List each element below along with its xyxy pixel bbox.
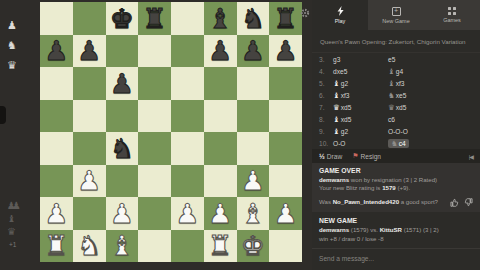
square-h6[interactable]: [269, 67, 302, 100]
square-e8[interactable]: [171, 2, 204, 35]
move-black[interactable]: ♞c4: [388, 139, 443, 148]
move-row: 9.♝g2O-O-O: [312, 125, 480, 137]
move-black[interactable]: ♝xf3: [388, 80, 443, 87]
square-d1[interactable]: [138, 230, 171, 263]
square-g1[interactable]: ♚: [237, 230, 270, 263]
new-game-title: NEW GAME: [319, 217, 473, 226]
material-advantage-badge: +1: [7, 240, 16, 250]
move-san: g3: [333, 56, 340, 63]
move-white[interactable]: ♛xd5: [333, 104, 388, 111]
move-number: 9.: [312, 128, 333, 135]
move-san: xd5: [396, 104, 407, 111]
square-e7[interactable]: [171, 35, 204, 68]
move-san: O-O: [333, 140, 345, 147]
piece-white-pawn[interactable]: ♟: [241, 167, 265, 194]
square-e4[interactable]: [171, 132, 204, 165]
square-c2[interactable]: ♟: [106, 197, 139, 230]
figurine-bn: ♞: [391, 140, 398, 147]
piece-black-pawn[interactable]: ♟: [274, 37, 298, 64]
square-d2[interactable]: [138, 197, 171, 230]
draw-button-label: Draw: [327, 153, 342, 160]
figurine-wb: ♝: [333, 92, 340, 99]
figurine-wq: ♛: [333, 104, 340, 111]
square-h5[interactable]: [269, 100, 302, 133]
move-black[interactable]: c6: [388, 116, 443, 123]
tab-games[interactable]: Games: [424, 0, 480, 30]
square-a2[interactable]: ♟: [40, 197, 73, 230]
tab-new-game[interactable]: + New Game: [368, 0, 424, 30]
figurine-wb: ♝: [333, 80, 340, 87]
piece-white-knight[interactable]: ♞: [77, 232, 101, 259]
square-b5[interactable]: [73, 100, 106, 133]
square-f3[interactable]: [204, 165, 237, 198]
captured-by-white-tray: ♟♟ ♝ ♛ +1: [7, 201, 17, 250]
captured-white-knight-icon: ♞: [7, 40, 17, 51]
game-over-result-line: demwarns won by resignation (3 | 2 Rated…: [319, 176, 473, 184]
figurine-bn: ♞: [388, 92, 395, 99]
square-g2[interactable]: ♝: [237, 197, 270, 230]
square-h3[interactable]: [269, 165, 302, 198]
move-number: 10.: [312, 140, 333, 147]
square-g7[interactable]: ♟: [237, 35, 270, 68]
captured-white-pawn-icon: ♟: [7, 20, 17, 31]
move-black[interactable]: O-O-O: [388, 128, 443, 135]
square-f6[interactable]: [204, 67, 237, 100]
new-game-players-line: demwarns (1579) vs. KittuSR (1571) (3 | …: [319, 226, 473, 235]
square-b7[interactable]: ♟: [73, 35, 106, 68]
square-c8[interactable]: ♚: [106, 2, 139, 35]
players-text-1: (1579) vs.: [349, 226, 379, 233]
chat-box: Send a message...: [312, 248, 480, 270]
tab-play-label: Play: [335, 18, 346, 24]
opening-name: Queen's Pawn Opening: Zukertort, Chigori…: [312, 30, 480, 53]
move-row: 3.g3e5: [312, 54, 480, 66]
move-number: 8.: [312, 116, 333, 123]
square-d8[interactable]: ♜: [138, 2, 171, 35]
move-san: e5: [388, 56, 395, 63]
move-san: O-O-O: [388, 128, 408, 135]
figurine-wb: ♝: [333, 128, 340, 135]
opponent-name: No_Pawn_Intended420: [333, 198, 399, 205]
piece-black-pawn[interactable]: ♟: [44, 37, 68, 64]
square-a5[interactable]: [40, 100, 73, 133]
square-d5[interactable]: [138, 100, 171, 133]
piece-white-pawn[interactable]: ♟: [77, 167, 101, 194]
square-a3[interactable]: [40, 165, 73, 198]
move-black[interactable]: ♝g4: [388, 68, 443, 75]
piece-white-pawn[interactable]: ♟: [110, 200, 134, 227]
square-h4[interactable]: [269, 132, 302, 165]
square-f7[interactable]: ♟: [204, 35, 237, 68]
thumb-up-icon[interactable]: [450, 198, 459, 207]
square-d3[interactable]: [138, 165, 171, 198]
move-number: 7.: [312, 104, 333, 111]
move-white[interactable]: ♝xd5: [333, 116, 388, 123]
piece-black-pawn[interactable]: ♟: [110, 70, 134, 97]
sidebar-tabs: Play + New Game Games: [312, 0, 480, 30]
rating-text-post: (+9).: [396, 184, 410, 191]
figurine-bb: ♝: [388, 80, 395, 87]
chess-app-window: ♟ ♞ ♛ ♟♟ ♝ ♛ +1 ♚♜♝♞♜♟♟♟♟♟♟♞♟♟♟♟♟♟♝♟♜♞♝♜…: [0, 0, 480, 270]
square-e5[interactable]: [171, 100, 204, 133]
square-b1[interactable]: ♞: [73, 230, 106, 263]
move-san: c4: [399, 140, 406, 147]
move-san: xd5: [341, 116, 352, 123]
game-over-title: GAME OVER: [319, 167, 473, 175]
plus-square-icon: +: [392, 7, 401, 16]
piece-white-bishop[interactable]: ♝: [241, 200, 265, 227]
square-f1[interactable]: ♜: [204, 230, 237, 263]
square-h8[interactable]: ♜: [269, 2, 302, 35]
tab-new-game-label: New Game: [382, 18, 410, 24]
square-h2[interactable]: ♟: [269, 197, 302, 230]
move-black[interactable]: ♛xd5: [388, 104, 443, 111]
piece-white-rook[interactable]: ♜: [44, 232, 68, 259]
square-e1[interactable]: [171, 230, 204, 263]
chat-message-input[interactable]: Send a message...: [319, 255, 473, 262]
move-row: 5.♝g2♝xf3: [312, 78, 480, 90]
move-row: 10.O-O♞c4: [312, 137, 480, 149]
move-white[interactable]: g3: [333, 56, 388, 63]
piece-white-pawn[interactable]: ♟: [175, 200, 199, 227]
rating-odds-line: win +8 / draw 0 / lose -8: [319, 235, 473, 244]
move-white[interactable]: ♝g2: [333, 80, 388, 87]
move-san: g2: [341, 128, 348, 135]
move-san: g4: [396, 68, 403, 75]
square-h1[interactable]: [269, 230, 302, 263]
move-san: g2: [341, 80, 348, 87]
captured-black-queen-icon: ♛: [7, 227, 16, 237]
piece-black-pawn[interactable]: ♟: [77, 37, 101, 64]
move-number: 3.: [312, 56, 333, 63]
square-c4[interactable]: ♞: [106, 132, 139, 165]
sport-text-pre: Was: [319, 198, 333, 205]
piece-black-knight[interactable]: ♞: [241, 5, 265, 32]
move-san: xe5: [396, 92, 407, 99]
result-text: won by resignation (3 | 2 Rated): [349, 176, 437, 183]
piece-black-rook[interactable]: ♜: [274, 5, 298, 32]
players-text-2: (1571) (3 | 2): [402, 226, 439, 233]
piece-black-knight[interactable]: ♞: [110, 135, 134, 162]
good-sport-line: Was No_Pawn_Intended420 a good sport?: [319, 198, 473, 207]
game-over-panel: GAME OVER demwarns won by resignation (3…: [312, 163, 480, 212]
square-a4[interactable]: [40, 132, 73, 165]
move-white[interactable]: ♝g2: [333, 128, 388, 135]
rating-line: Your new Blitz rating is 1579 (+9).: [319, 184, 473, 192]
square-f8[interactable]: ♝: [204, 2, 237, 35]
piece-white-king[interactable]: ♚: [241, 232, 265, 259]
square-g6[interactable]: [237, 67, 270, 100]
figurine-bq: ♛: [388, 104, 395, 111]
square-c6[interactable]: ♟: [106, 67, 139, 100]
square-a8[interactable]: [40, 2, 73, 35]
captured-white-queen-icon: ♛: [7, 60, 17, 71]
captured-black-pawns-icon: ♟♟: [7, 201, 17, 211]
resign-button[interactable]: ⚑ Resign: [352, 152, 381, 160]
move-san: xf3: [341, 92, 350, 99]
square-f5[interactable]: [204, 100, 237, 133]
figurine-wb: ♝: [333, 116, 340, 123]
sport-text-post: a good sport?: [399, 198, 438, 205]
move-row: 6.♝xf3♞xe5: [312, 90, 480, 102]
piece-black-pawn[interactable]: ♟: [241, 37, 265, 64]
current-move-highlight: ♞c4: [388, 139, 409, 148]
new-rating-value: 1579: [382, 184, 396, 191]
sport-question: Was No_Pawn_Intended420 a good sport?: [319, 198, 438, 206]
move-black[interactable]: ♞xe5: [388, 92, 443, 99]
square-a7[interactable]: ♟: [40, 35, 73, 68]
square-g5[interactable]: [237, 100, 270, 133]
move-number: 6.: [312, 92, 333, 99]
square-a6[interactable]: [40, 67, 73, 100]
player1-name: demwarns: [319, 226, 349, 233]
square-g8[interactable]: ♞: [237, 2, 270, 35]
square-d6[interactable]: [138, 67, 171, 100]
settings-gear-icon[interactable]: [300, 4, 310, 14]
piece-white-bishop[interactable]: ♝: [110, 232, 134, 259]
piece-black-king[interactable]: ♚: [110, 5, 134, 32]
square-h7[interactable]: ♟: [269, 35, 302, 68]
tab-games-label: Games: [443, 17, 461, 23]
piece-black-rook[interactable]: ♜: [143, 5, 167, 32]
left-edge-artifact: [0, 106, 6, 124]
square-b4[interactable]: [73, 132, 106, 165]
piece-black-pawn[interactable]: ♟: [208, 37, 232, 64]
piece-white-pawn[interactable]: ♟: [208, 200, 232, 227]
move-list: 3.g3e54.dxe5♝g45.♝g2♝xf36.♝xf3♞xe57.♛xd5…: [312, 53, 480, 149]
move-black[interactable]: e5: [388, 56, 443, 63]
square-d4[interactable]: [138, 132, 171, 165]
chess-board[interactable]: ♚♜♝♞♜♟♟♟♟♟♟♞♟♟♟♟♟♟♝♟♜♞♝♜♚: [40, 2, 302, 262]
move-number: 4.: [312, 68, 333, 75]
captured-black-bishop-icon: ♝: [7, 214, 16, 224]
square-b3[interactable]: ♟: [73, 165, 106, 198]
winner-name: demwarns: [319, 176, 349, 183]
player2-name: KittuSR: [380, 226, 402, 233]
piece-white-pawn[interactable]: ♟: [274, 200, 298, 227]
square-c7[interactable]: [106, 35, 139, 68]
rating-text-pre: Your new Blitz rating is: [319, 184, 382, 191]
square-b8[interactable]: [73, 2, 106, 35]
square-d7[interactable]: [138, 35, 171, 68]
skip-to-start-icon[interactable]: |◀: [469, 153, 473, 160]
move-san: xd5: [341, 104, 352, 111]
square-c3[interactable]: [106, 165, 139, 198]
move-san: c6: [388, 116, 395, 123]
square-c1[interactable]: ♝: [106, 230, 139, 263]
move-white[interactable]: dxe5: [333, 68, 388, 75]
new-game-panel: NEW GAME demwarns (1579) vs. KittuSR (15…: [312, 212, 480, 249]
square-a1[interactable]: ♜: [40, 230, 73, 263]
sport-vote-buttons: [450, 198, 473, 207]
game-action-bar: ½ Draw ⚑ Resign |◀: [312, 149, 480, 163]
square-f4[interactable]: [204, 132, 237, 165]
piece-black-bishop[interactable]: ♝: [208, 5, 232, 32]
captured-by-black-tray: ♟ ♞ ♛: [7, 20, 17, 71]
square-e2[interactable]: ♟: [171, 197, 204, 230]
square-g4[interactable]: [237, 132, 270, 165]
square-b2[interactable]: [73, 197, 106, 230]
square-g3[interactable]: ♟: [237, 165, 270, 198]
grid-icon: [448, 7, 456, 15]
lightning-icon: [336, 6, 345, 16]
square-b6[interactable]: [73, 67, 106, 100]
square-e3[interactable]: [171, 165, 204, 198]
resign-flag-icon: ⚑: [352, 152, 358, 160]
piece-white-rook[interactable]: ♜: [208, 232, 232, 259]
move-white[interactable]: O-O: [333, 140, 388, 147]
move-white[interactable]: ♝xf3: [333, 92, 388, 99]
move-row: 7.♛xd5♛xd5: [312, 102, 480, 114]
thumb-down-icon[interactable]: [464, 198, 473, 207]
figurine-bb: ♝: [388, 68, 395, 75]
tab-play[interactable]: Play: [312, 0, 368, 30]
square-e6[interactable]: [171, 67, 204, 100]
square-c5[interactable]: [106, 100, 139, 133]
move-row: 8.♝xd5c6: [312, 113, 480, 125]
move-san: dxe5: [333, 68, 347, 75]
half-point-icon: ½: [319, 153, 325, 160]
move-row: 4.dxe5♝g4: [312, 66, 480, 78]
move-san: xf3: [396, 80, 405, 87]
resign-button-label: Resign: [361, 153, 382, 160]
move-number: 5.: [312, 80, 333, 87]
piece-white-pawn[interactable]: ♟: [44, 200, 68, 227]
square-f2[interactable]: ♟: [204, 197, 237, 230]
sidebar: Play + New Game Games Queen's Pawn Openi…: [312, 0, 480, 270]
draw-button[interactable]: ½ Draw: [319, 153, 342, 160]
